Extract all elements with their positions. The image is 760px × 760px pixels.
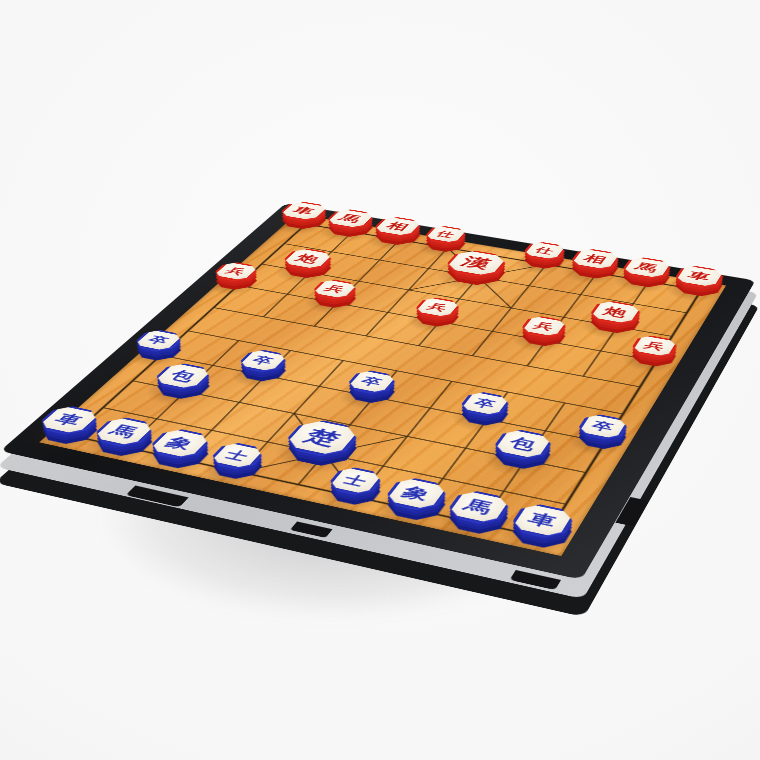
piece-character: 車 [686, 270, 713, 282]
piece-blue-soldier[interactable]: 卒 [457, 403, 513, 431]
piece-red-soldier[interactable]: 兵 [309, 290, 360, 312]
piece-character: 楚 [301, 427, 344, 448]
piece-character: 卒 [359, 375, 385, 387]
piece-red-cannon[interactable]: 炮 [586, 311, 643, 338]
piece-blue-soldier[interactable]: 卒 [344, 381, 400, 408]
piece-blue-soldier[interactable]: 卒 [574, 425, 629, 454]
piece-character: 兵 [532, 321, 556, 332]
piece-character: 馬 [337, 213, 364, 224]
piece-character: 車 [290, 205, 317, 216]
piece-character: 炮 [601, 305, 629, 318]
product-photo-scene: 車馬相仕仕相馬車漢炮炮兵兵兵兵兵卒卒卒卒卒包包楚車馬象士士象馬車 [0, 0, 760, 760]
piece-character: 相 [582, 253, 609, 265]
piece-character: 車 [52, 412, 86, 428]
piece-character: 卒 [472, 397, 498, 410]
piece-red-soldier[interactable]: 兵 [211, 273, 262, 295]
piece-character: 車 [525, 511, 559, 530]
piece-red-advisor[interactable]: 仕 [422, 236, 469, 256]
piece-character: 兵 [323, 284, 347, 294]
piece-character: 士 [223, 448, 251, 462]
piece-red-advisor[interactable]: 仕 [520, 252, 567, 273]
piece-red-chariot[interactable]: 車 [671, 276, 725, 301]
piece-character: 象 [163, 435, 197, 452]
piece-character: 卒 [145, 334, 171, 345]
piece-character: 相 [384, 221, 411, 232]
piece-character: 仕 [533, 246, 555, 255]
piece-red-soldier[interactable]: 兵 [518, 327, 569, 351]
piece-character: 包 [167, 368, 199, 383]
piece-character: 士 [341, 473, 369, 488]
piece-character: 馬 [107, 423, 141, 439]
xiangqi-board: 車馬相仕仕相馬車漢炮炮兵兵兵兵兵卒卒卒卒卒包包楚車馬象士士象馬車 [0, 203, 756, 580]
piece-character: 炮 [294, 253, 322, 265]
piece-character: 卒 [590, 420, 616, 433]
piece-character: 象 [399, 484, 433, 502]
piece-character: 仕 [435, 230, 457, 239]
piece-character: 兵 [426, 302, 450, 313]
piece-character: 包 [507, 435, 539, 452]
piece-blue-advisor[interactable]: 士 [207, 454, 268, 484]
perspective-stage: 車馬相仕仕相馬車漢炮炮兵兵兵兵兵卒卒卒卒卒包包楚車馬象士士象馬車 [0, 0, 760, 760]
piece-red-soldier[interactable]: 兵 [628, 346, 679, 371]
piece-character: 兵 [643, 340, 667, 351]
piece-character: 兵 [224, 266, 248, 276]
piece-blue-cannon[interactable]: 包 [489, 441, 555, 475]
piece-blue-soldier[interactable]: 卒 [236, 361, 292, 387]
piece-red-soldier[interactable]: 兵 [412, 308, 463, 331]
piece-blue-chariot[interactable]: 車 [507, 515, 577, 554]
piece-character: 馬 [633, 261, 660, 273]
piece-character: 漢 [459, 255, 495, 270]
piece-character: 卒 [250, 354, 276, 366]
piece-blue-soldier[interactable]: 卒 [131, 341, 187, 366]
piece-character: 馬 [462, 497, 496, 515]
